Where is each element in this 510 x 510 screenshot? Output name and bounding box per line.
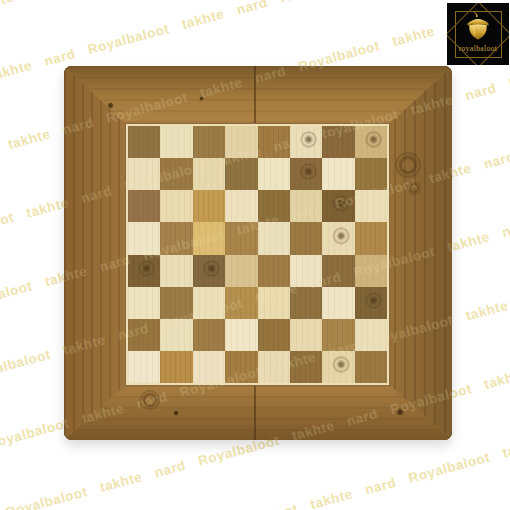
board-square [225,287,257,319]
board-square [160,158,192,190]
board-square [225,255,257,287]
board-square [322,255,354,287]
board-square [258,190,290,222]
board-square [160,319,192,351]
board-square [290,126,322,158]
board-square [355,126,387,158]
board-square [355,255,387,287]
board-square [128,319,160,351]
board-square [258,255,290,287]
board-square [225,319,257,351]
board-square [322,351,354,383]
playing-area [128,126,387,383]
board-square [193,319,225,351]
board-square [193,351,225,383]
watermark-text: Royalbaloot takhte nard Royalbaloot takh… [71,499,510,510]
board-square [355,351,387,383]
board-square [355,319,387,351]
board-square [128,222,160,254]
board-square [225,126,257,158]
board-square [258,351,290,383]
board-square [128,287,160,319]
acorn-icon [464,11,492,43]
board-square [128,190,160,222]
board-square [225,158,257,190]
board-square [290,351,322,383]
board-square [193,158,225,190]
board-square [160,351,192,383]
brand-name: royalbaloot [447,44,509,53]
board-square [355,287,387,319]
board-square [128,255,160,287]
board-square [258,319,290,351]
board-square [193,287,225,319]
board-square [128,126,160,158]
board-square [322,319,354,351]
board-square [193,190,225,222]
board-square [258,222,290,254]
board-square [355,190,387,222]
board-square [355,158,387,190]
board-square [322,190,354,222]
board-square [322,126,354,158]
board-square [193,255,225,287]
board-square [225,351,257,383]
board-square [290,190,322,222]
watermark-text: Royalbaloot takhte nard Royalbaloot takh… [52,431,510,510]
board-square [290,158,322,190]
board-square [160,190,192,222]
board-square [322,158,354,190]
board-square [355,222,387,254]
board-square [225,190,257,222]
board-square [193,126,225,158]
fold-seam-bottom [254,383,256,440]
board-square [290,222,322,254]
board-square [290,255,322,287]
board-square [322,222,354,254]
board-square [322,287,354,319]
brand-logo: royalbaloot [447,3,509,65]
board-square [258,158,290,190]
chessboard: Royalbaloot takhte nard Royalbaloot takh… [64,66,452,440]
board-square [258,126,290,158]
board-square [290,319,322,351]
product-photo: Royalbaloot takhte nard Royalbaloot takh… [0,0,510,510]
board-square [258,287,290,319]
watermark-text: Royalbaloot takhte nard Royalbaloot takh… [0,0,510,67]
board-square [160,126,192,158]
board-square [160,255,192,287]
board-square [225,222,257,254]
board-square [160,222,192,254]
board-square [128,158,160,190]
board-square [193,222,225,254]
fold-seam-top [254,66,256,126]
board-square [128,351,160,383]
board-square [160,287,192,319]
chess-grid [128,126,387,383]
board-square [290,287,322,319]
